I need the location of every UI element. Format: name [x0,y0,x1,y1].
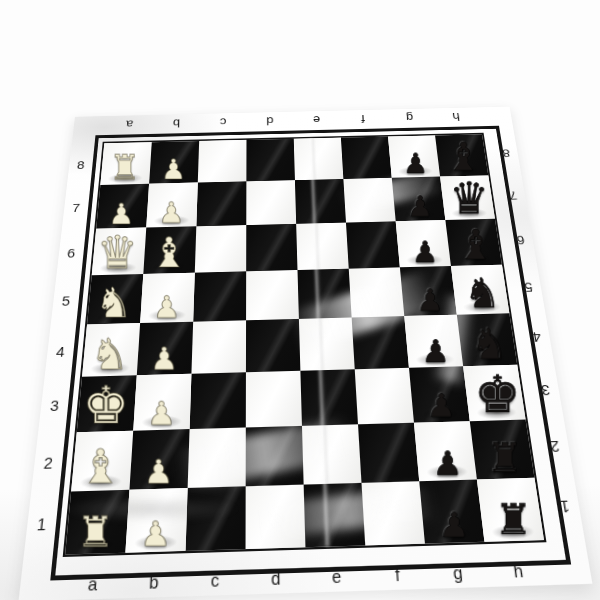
piece-contact-shadow [431,525,477,542]
black-pawn: ♟ [422,336,450,367]
square-h6: ♝ [445,219,502,266]
black-knight: ♞ [471,324,509,366]
piece-contact-shadow [141,415,183,430]
white-queen: ♛ [97,229,138,275]
white-pawn: ♟ [161,156,186,184]
square-e2 [302,424,362,484]
square-d6 [246,224,297,271]
file-label: f [339,110,387,130]
mat-shadow [60,496,240,522]
square-g8: ♟ [388,135,440,177]
square-a7: ♟ [96,184,149,229]
black-bishop: ♝ [446,137,481,176]
square-g6: ♟ [396,220,451,267]
square-d2 [246,426,304,486]
square-e1 [304,483,366,547]
piece-contact-shadow [490,524,536,541]
piece-contact-shadow [150,261,189,273]
piece-contact-shadow [79,474,123,490]
black-pawn: ♟ [403,150,428,178]
black-knight: ♞ [464,273,501,314]
file-label: e [293,111,340,131]
piece-contact-shadow [482,463,526,479]
white-bishop: ♝ [80,443,122,490]
piece-contact-shadow [155,172,191,183]
piece-contact-shadow [144,360,185,374]
piece-contact-shadow [425,464,469,480]
square-b4: ♟ [137,322,193,376]
square-h8: ♝ [435,134,488,176]
square-e6 [296,223,349,270]
square-h7: ♛ [440,175,495,220]
square-e7 [295,179,346,224]
white-pawn: ♟ [159,199,185,228]
piece-contact-shadow [410,302,450,315]
square-h1: ♜ [477,478,544,542]
square-h4: ♞ [457,313,517,366]
black-rook: ♜ [487,438,523,479]
square-b5: ♟ [140,273,195,323]
white-knight: ♞ [91,334,129,376]
piece-contact-shadow [445,165,482,176]
black-queen: ♛ [450,176,490,220]
square-f4 [352,316,409,369]
square-c4 [191,320,246,373]
square-a5: ♞ [87,274,143,325]
piece-contact-shadow [89,362,130,376]
file-label: a [105,115,153,135]
board-inner-border: ♜♟♟♝♟♟♟♛♛♝♟♝♞♟♟♞♞♟♟♞♚♟♟♚♝♟♟♜♜♟♟♜ [63,133,547,557]
piece-contact-shadow [153,215,190,227]
piece-contact-shadow [401,209,439,221]
square-d1 [246,485,306,549]
square-g3: ♟ [409,366,470,422]
file-label: d [247,112,294,132]
white-pawn: ♟ [153,292,180,322]
square-g1: ♟ [419,480,484,544]
black-pawn: ♟ [412,238,438,267]
square-f5 [349,267,405,317]
square-f6 [346,221,400,268]
white-pawn: ♟ [144,455,174,488]
piece-contact-shadow [73,536,119,553]
square-a8: ♜ [100,142,151,185]
white-king: ♚ [82,379,129,431]
square-g5: ♟ [400,266,457,316]
square-h2: ♜ [470,420,535,480]
piece-contact-shadow [137,473,181,489]
piece-contact-shadow [405,254,444,266]
square-g2: ♟ [414,421,477,481]
white-knight: ♞ [96,283,133,324]
square-d3 [246,371,302,428]
square-d8 [246,139,295,182]
white-rook: ♜ [110,151,141,185]
chess-mat: abcdefgh abcdefgh 87654321 87654321 ♜♟♟♝… [18,107,592,600]
black-pawn: ♟ [407,192,433,221]
piece-contact-shadow [475,405,518,420]
file-label: h [432,107,481,127]
piece-contact-shadow [397,166,434,177]
piece-contact-shadow [99,262,138,274]
square-g7: ♟ [392,177,446,222]
piece-contact-shadow [450,208,488,220]
white-pawn: ♟ [140,517,171,551]
square-h5: ♞ [451,265,509,315]
square-b3: ♟ [133,374,191,431]
square-f1 [361,481,424,545]
file-label: b [152,114,200,134]
square-c5 [193,271,246,321]
square-b2: ♟ [129,429,189,490]
white-pawn: ♟ [147,398,176,430]
piece-contact-shadow [468,351,510,365]
file-label: c [199,113,246,133]
piece-contact-shadow [456,253,495,265]
square-c7 [196,181,246,226]
square-f2 [358,423,419,483]
piece-contact-shadow [94,310,134,323]
square-b6: ♝ [143,226,196,274]
black-rook: ♜ [495,499,533,541]
square-d4 [246,319,300,372]
square-e4 [299,317,355,370]
product-photo-stage: abcdefgh abcdefgh 87654321 87654321 ♜♟♟♝… [0,0,600,600]
black-king: ♚ [474,369,520,421]
black-pawn: ♟ [427,390,456,422]
square-f8 [341,137,392,179]
square-c6 [195,225,247,273]
chess-board: ♜♟♟♝♟♟♟♛♛♝♟♝♞♟♟♞♞♟♟♞♚♟♟♚♝♟♟♜♜♟♟♜ [65,134,544,554]
black-bishop: ♝ [457,224,494,266]
white-pawn: ♟ [109,200,135,229]
black-pawn: ♟ [433,447,463,480]
piece-contact-shadow [147,309,187,322]
white-bishop: ♝ [151,232,188,274]
square-a6: ♛ [92,228,147,276]
square-d5 [246,270,299,320]
piece-contact-shadow [415,353,456,367]
square-a4: ♞ [82,323,140,377]
piece-contact-shadow [420,407,463,422]
piece-contact-shadow [133,534,178,551]
square-e3 [300,369,358,426]
square-e5 [297,269,351,319]
piece-contact-shadow [103,216,141,228]
white-pawn: ♟ [150,343,178,374]
black-pawn: ♟ [417,285,444,315]
square-g4: ♟ [404,315,463,368]
square-f7 [343,178,395,223]
square-e8 [294,138,344,180]
square-d7 [246,180,296,225]
piece-contact-shadow [84,416,127,431]
piece-contact-shadow [107,173,144,184]
square-c2 [188,427,246,487]
square-f3 [355,368,414,425]
square-c8 [198,140,247,183]
square-a2: ♝ [71,431,133,492]
square-b7: ♟ [146,183,197,228]
square-b8: ♟ [149,141,199,184]
file-label: g [386,108,435,128]
square-h3: ♚ [463,365,525,421]
square-c3 [190,372,246,429]
black-pawn: ♟ [439,508,470,542]
square-a3: ♚ [77,375,137,432]
piece-contact-shadow [462,301,502,314]
